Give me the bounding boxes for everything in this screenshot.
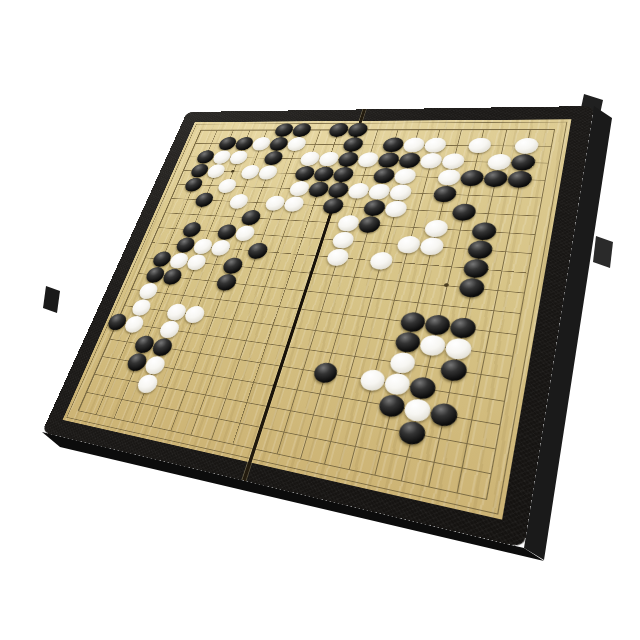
black-stone xyxy=(398,311,426,333)
black-stone xyxy=(327,123,350,137)
white-stone xyxy=(211,150,232,164)
black-stone xyxy=(407,375,437,400)
black-stone xyxy=(239,209,262,225)
white-stone xyxy=(358,368,387,392)
white-stone xyxy=(423,137,448,152)
white-stone xyxy=(298,151,321,165)
black-stone xyxy=(217,137,238,150)
white-stone xyxy=(402,397,432,423)
white-stone xyxy=(325,248,351,266)
white-stone xyxy=(440,153,465,169)
black-stone xyxy=(393,331,422,354)
black-stone xyxy=(462,258,490,278)
white-stone xyxy=(346,183,370,199)
white-stone xyxy=(205,164,227,178)
black-stone xyxy=(341,137,364,151)
white-stone xyxy=(287,181,310,196)
white-stone xyxy=(436,169,462,185)
black-stone xyxy=(336,152,360,167)
white-stone xyxy=(418,237,445,256)
black-stone xyxy=(321,197,345,213)
white-stone xyxy=(382,372,411,396)
white-stone xyxy=(486,154,512,170)
white-stone xyxy=(135,373,160,394)
black-stone xyxy=(482,170,509,187)
black-stone xyxy=(470,222,497,241)
white-stone xyxy=(395,235,421,254)
black-stone xyxy=(448,316,477,339)
black-stone xyxy=(268,137,290,151)
black-stone xyxy=(215,224,238,240)
white-stone xyxy=(383,200,408,217)
black-stone xyxy=(466,240,494,260)
white-stone xyxy=(317,151,340,166)
black-stone xyxy=(233,137,255,150)
white-stone xyxy=(130,298,153,316)
white-stone xyxy=(443,337,473,361)
white-stone xyxy=(368,251,394,270)
white-stone xyxy=(216,178,238,193)
black-stone xyxy=(357,216,382,233)
black-stone xyxy=(450,203,477,221)
black-stone xyxy=(377,393,407,418)
black-stone xyxy=(371,168,396,184)
white-stone xyxy=(423,219,450,237)
black-stone xyxy=(290,123,312,136)
black-stone xyxy=(293,166,316,181)
white-stone xyxy=(330,231,355,249)
white-stone xyxy=(392,168,417,184)
black-stone xyxy=(396,419,427,446)
white-stone xyxy=(388,351,417,375)
white-stone xyxy=(467,137,493,152)
black-stone xyxy=(397,152,422,167)
black-stone xyxy=(428,401,459,427)
white-stone xyxy=(182,305,206,324)
black-stone xyxy=(346,123,369,137)
white-stone xyxy=(137,282,160,300)
hinge-clasp-right-icon xyxy=(593,236,613,268)
white-stone xyxy=(157,319,181,338)
white-stone xyxy=(513,138,539,154)
black-stone xyxy=(326,182,350,198)
black-stone xyxy=(459,169,485,186)
white-stone xyxy=(388,184,413,200)
black-stone xyxy=(193,192,215,207)
white-stone xyxy=(356,152,380,167)
white-stone xyxy=(233,225,256,241)
black-stone xyxy=(312,166,336,181)
black-stone xyxy=(432,185,458,202)
black-stone xyxy=(214,273,238,291)
black-stone xyxy=(423,313,452,335)
white-stone xyxy=(239,165,261,179)
black-stone xyxy=(221,257,245,275)
white-stone xyxy=(285,137,307,151)
white-stone xyxy=(418,153,443,169)
white-stone xyxy=(185,253,208,270)
white-stone xyxy=(367,183,392,199)
black-stone xyxy=(510,154,537,171)
black-stone xyxy=(311,361,339,384)
white-stone xyxy=(282,196,306,212)
black-stone xyxy=(438,358,468,383)
black-stone xyxy=(180,221,202,237)
black-stone xyxy=(457,277,486,298)
white-stone xyxy=(250,137,272,150)
white-stone xyxy=(227,194,250,209)
black-stone xyxy=(273,123,295,136)
black-stone xyxy=(381,137,405,152)
white-stone xyxy=(401,137,425,152)
black-stone xyxy=(262,151,284,165)
black-stone xyxy=(506,171,533,188)
black-stone xyxy=(376,152,400,167)
hinge-clasp-left-icon xyxy=(43,286,60,313)
black-stone xyxy=(362,199,387,216)
white-stone xyxy=(256,165,279,179)
black-stone xyxy=(331,167,355,182)
black-stone xyxy=(183,177,205,191)
white-stone xyxy=(336,214,361,231)
white-stone xyxy=(263,195,286,211)
white-stone xyxy=(209,239,232,256)
white-stone xyxy=(418,334,447,357)
black-stone xyxy=(245,242,269,259)
black-stone xyxy=(306,181,330,197)
product-photo-stage xyxy=(0,0,640,640)
white-stone xyxy=(228,150,250,164)
